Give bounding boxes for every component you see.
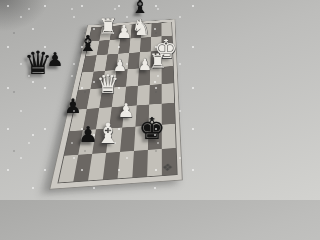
black-pawn-a3[interactable]: ♟	[64, 96, 82, 116]
white-bishop-d2[interactable]: ♝	[95, 120, 120, 148]
white-pawn-d7[interactable]: ♟	[116, 23, 132, 41]
white-pawn-f5[interactable]: ♟	[138, 57, 152, 73]
black-bishop-a6[interactable]: ♝	[78, 33, 98, 55]
photo-scene: ❖ ········ ♝♜♟♞♝♚♜♟♟♛♟♟♟♝♚♛♟	[0, 0, 200, 200]
captured-black-pawn[interactable]: ♟	[46, 50, 63, 69]
white-queen-d4[interactable]: ♛	[96, 71, 119, 97]
pieces-layer: ♝♜♟♞♝♚♜♟♟♛♟♟♟♝♚♛♟	[0, 0, 200, 200]
white-knight-e7[interactable]: ♞	[131, 17, 151, 39]
white-rook-c7[interactable]: ♜	[98, 16, 118, 38]
black-king-g2[interactable]: ♚	[139, 114, 166, 144]
